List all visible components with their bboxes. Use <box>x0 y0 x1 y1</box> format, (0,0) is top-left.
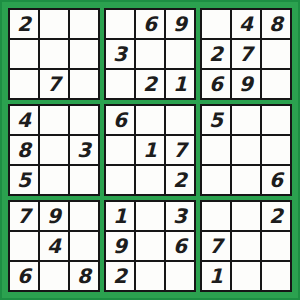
cell-r6c2-empty[interactable] <box>40 166 68 194</box>
cell-r1c4-empty[interactable] <box>106 10 134 38</box>
cell-r1c1-given[interactable]: 2 <box>10 10 38 38</box>
cell-r8c4-given[interactable]: 9 <box>106 232 134 260</box>
cell-r3c1-empty[interactable] <box>10 70 38 98</box>
cell-r1c9-given[interactable]: 8 <box>262 10 290 38</box>
cell-r7c2-given[interactable]: 9 <box>40 202 68 230</box>
cell-r9c8-empty[interactable] <box>232 262 260 290</box>
cell-r7c4-given[interactable]: 1 <box>106 202 134 230</box>
cell-r5c6-given[interactable]: 7 <box>166 136 194 164</box>
cell-r3c3-empty[interactable] <box>70 70 98 98</box>
cell-r3c7-given[interactable]: 6 <box>202 70 230 98</box>
cell-r8c2-given[interactable]: 4 <box>40 232 68 260</box>
cell-r4c7-given[interactable]: 5 <box>202 106 230 134</box>
cell-r5c8-empty[interactable] <box>232 136 260 164</box>
cell-r2c1-empty[interactable] <box>10 40 38 68</box>
cell-r4c5-empty[interactable] <box>136 106 164 134</box>
cell-r1c6-given[interactable]: 9 <box>166 10 194 38</box>
cell-r5c5-given[interactable]: 1 <box>136 136 164 164</box>
cell-r3c4-empty[interactable] <box>106 70 134 98</box>
cell-r3c6-given[interactable]: 1 <box>166 70 194 98</box>
cell-r4c9-empty[interactable] <box>262 106 290 134</box>
cell-r4c1-given[interactable]: 4 <box>10 106 38 134</box>
cell-r1c2-empty[interactable] <box>40 10 68 38</box>
cell-r8c9-empty[interactable] <box>262 232 290 260</box>
cell-r8c6-given[interactable]: 6 <box>166 232 194 260</box>
cell-r7c9-given[interactable]: 2 <box>262 202 290 230</box>
box-r2c2: 6172 <box>104 104 196 196</box>
cell-r2c7-given[interactable]: 2 <box>202 40 230 68</box>
cell-r1c8-given[interactable]: 4 <box>232 10 260 38</box>
cell-r6c8-empty[interactable] <box>232 166 260 194</box>
box-r3c1: 79468 <box>8 200 100 292</box>
cell-r9c7-given[interactable]: 1 <box>202 262 230 290</box>
box-r1c3: 482769 <box>200 8 292 100</box>
cell-r6c3-empty[interactable] <box>70 166 98 194</box>
cell-r6c6-given[interactable]: 2 <box>166 166 194 194</box>
cell-r6c1-given[interactable]: 5 <box>10 166 38 194</box>
cell-r2c5-empty[interactable] <box>136 40 164 68</box>
cell-r2c4-given[interactable]: 3 <box>106 40 134 68</box>
cell-r8c8-empty[interactable] <box>232 232 260 260</box>
cell-r9c6-empty[interactable] <box>166 262 194 290</box>
box-r2c1: 4835 <box>8 104 100 196</box>
cell-r6c9-given[interactable]: 6 <box>262 166 290 194</box>
cell-r3c2-given[interactable]: 7 <box>40 70 68 98</box>
cell-r8c3-empty[interactable] <box>70 232 98 260</box>
cell-r4c8-empty[interactable] <box>232 106 260 134</box>
box-r3c3: 271 <box>200 200 292 292</box>
cell-r5c3-given[interactable]: 3 <box>70 136 98 164</box>
cell-r9c1-given[interactable]: 6 <box>10 262 38 290</box>
cell-r1c5-given[interactable]: 6 <box>136 10 164 38</box>
cell-r2c9-empty[interactable] <box>262 40 290 68</box>
cell-r7c5-empty[interactable] <box>136 202 164 230</box>
cell-r5c7-empty[interactable] <box>202 136 230 164</box>
cell-r9c2-empty[interactable] <box>40 262 68 290</box>
cell-r4c3-empty[interactable] <box>70 106 98 134</box>
cell-r7c3-empty[interactable] <box>70 202 98 230</box>
cell-r5c9-empty[interactable] <box>262 136 290 164</box>
cell-r2c2-empty[interactable] <box>40 40 68 68</box>
cell-r3c8-given[interactable]: 9 <box>232 70 260 98</box>
cell-r5c1-given[interactable]: 8 <box>10 136 38 164</box>
cell-r8c5-empty[interactable] <box>136 232 164 260</box>
box-r3c2: 13962 <box>104 200 196 292</box>
box-r2c3: 56 <box>200 104 292 196</box>
box-r1c2: 69321 <box>104 8 196 100</box>
cell-r8c7-given[interactable]: 7 <box>202 232 230 260</box>
cell-r3c9-empty[interactable] <box>262 70 290 98</box>
sudoku-board: 276932148276948356172567946813962271 <box>0 0 300 300</box>
cell-r7c6-given[interactable]: 3 <box>166 202 194 230</box>
cell-r5c2-empty[interactable] <box>40 136 68 164</box>
cell-r1c3-empty[interactable] <box>70 10 98 38</box>
cell-r9c3-given[interactable]: 8 <box>70 262 98 290</box>
cell-r6c5-empty[interactable] <box>136 166 164 194</box>
cell-r1c7-empty[interactable] <box>202 10 230 38</box>
cell-r7c1-given[interactable]: 7 <box>10 202 38 230</box>
cell-r9c9-empty[interactable] <box>262 262 290 290</box>
cell-r3c5-given[interactable]: 2 <box>136 70 164 98</box>
cell-r2c6-empty[interactable] <box>166 40 194 68</box>
cell-r9c5-empty[interactable] <box>136 262 164 290</box>
cell-r4c4-given[interactable]: 6 <box>106 106 134 134</box>
cell-r5c4-empty[interactable] <box>106 136 134 164</box>
box-r1c1: 27 <box>8 8 100 100</box>
cell-r4c6-empty[interactable] <box>166 106 194 134</box>
cell-r8c1-empty[interactable] <box>10 232 38 260</box>
cell-r6c4-empty[interactable] <box>106 166 134 194</box>
cell-r7c8-empty[interactable] <box>232 202 260 230</box>
cell-r2c3-empty[interactable] <box>70 40 98 68</box>
cell-r9c4-given[interactable]: 2 <box>106 262 134 290</box>
cell-r2c8-given[interactable]: 7 <box>232 40 260 68</box>
cell-r6c7-empty[interactable] <box>202 166 230 194</box>
cell-r4c2-empty[interactable] <box>40 106 68 134</box>
cell-r7c7-empty[interactable] <box>202 202 230 230</box>
